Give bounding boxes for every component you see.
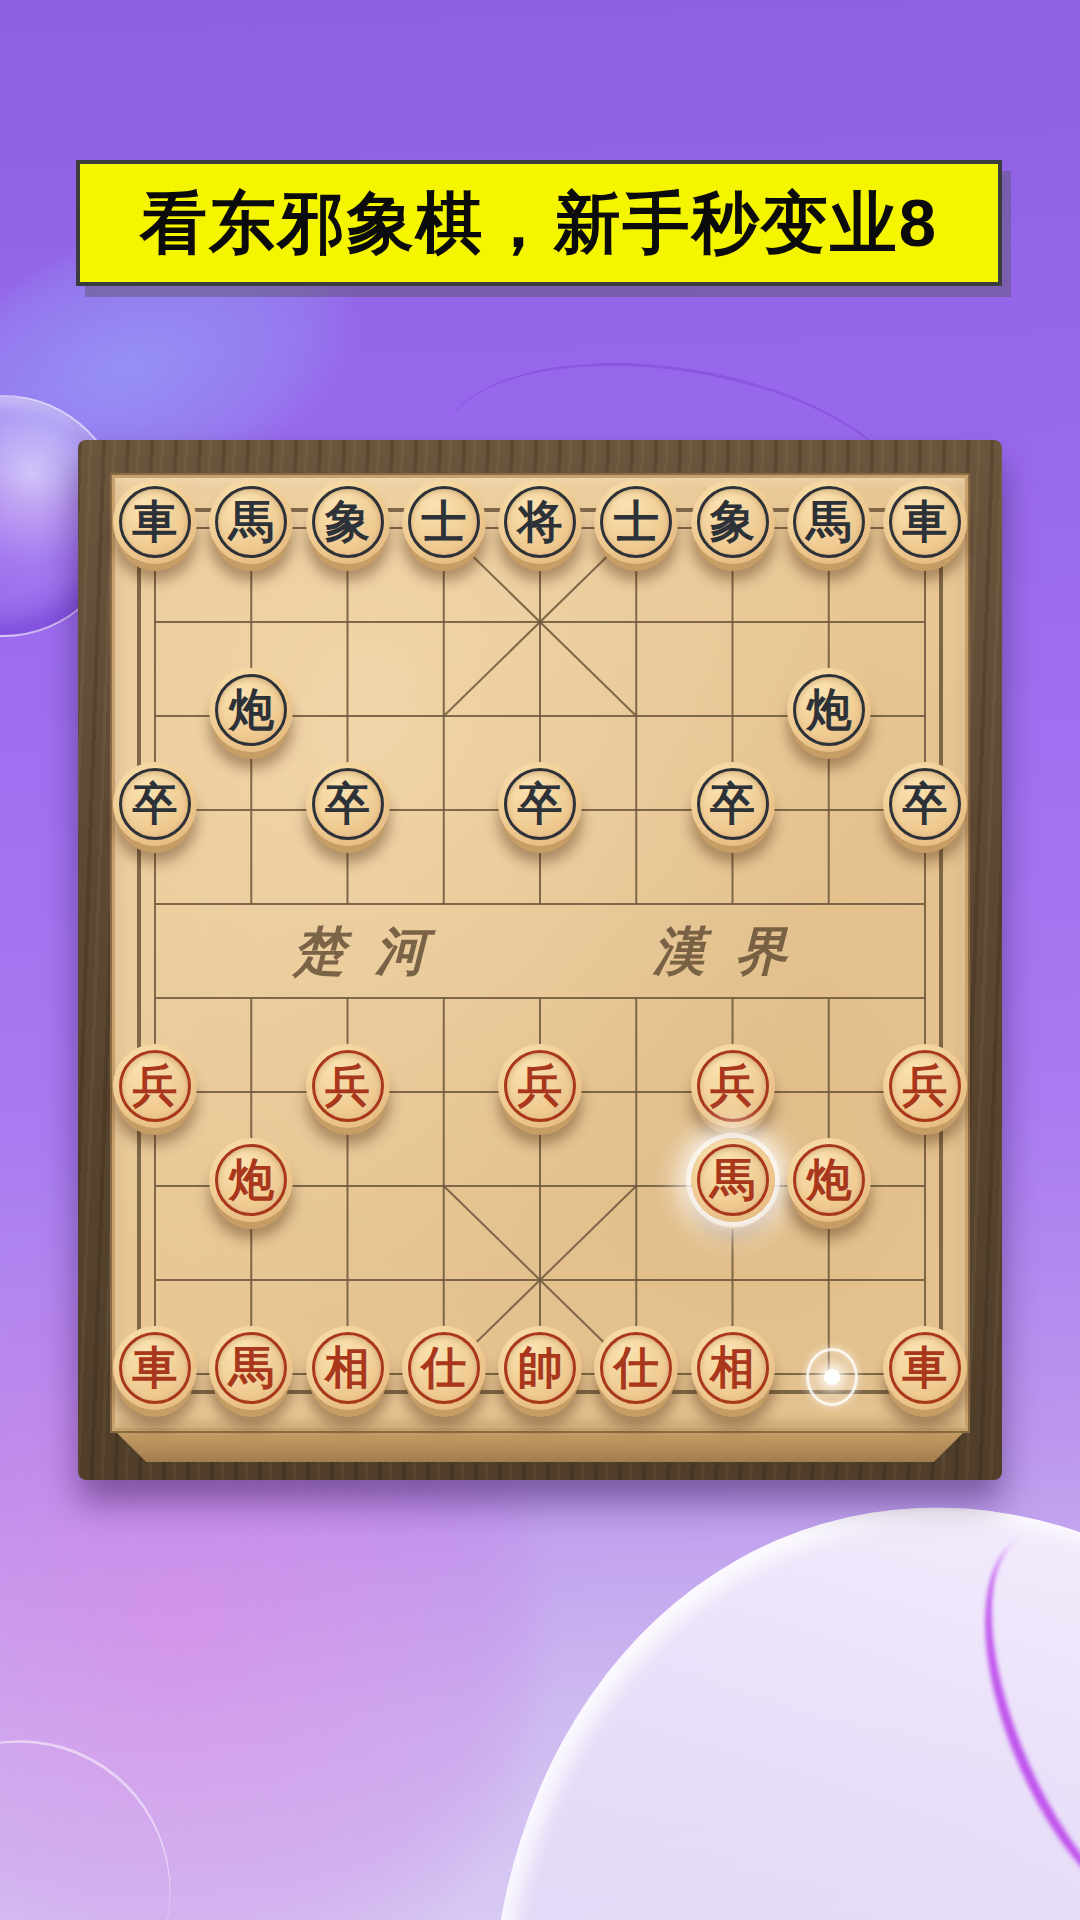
piece-ring: 兵 — [312, 1050, 384, 1122]
piece-ring: 炮 — [793, 674, 865, 746]
piece-black-soldier[interactable]: 卒 — [883, 762, 967, 846]
piece-character: 卒 — [710, 781, 755, 826]
piece-ring: 仕 — [600, 1332, 672, 1404]
piece-ring: 仕 — [408, 1332, 480, 1404]
piece-red-cannon[interactable]: 炮 — [209, 1138, 293, 1222]
piece-character: 車 — [133, 1345, 178, 1390]
corner-arc-decoration — [0, 1687, 224, 1920]
piece-character: 馬 — [806, 499, 851, 544]
piece-red-soldier[interactable]: 兵 — [113, 1044, 197, 1128]
piece-black-elephant[interactable]: 象 — [306, 480, 390, 564]
piece-character: 馬 — [710, 1157, 755, 1202]
piece-character: 象 — [710, 499, 755, 544]
piece-character: 兵 — [133, 1063, 178, 1108]
piece-character: 象 — [325, 499, 370, 544]
piece-character: 兵 — [903, 1063, 948, 1108]
piece-character: 兵 — [325, 1063, 370, 1108]
piece-ring: 兵 — [504, 1050, 576, 1122]
piece-red-elephant[interactable]: 相 — [306, 1326, 390, 1410]
piece-character: 卒 — [133, 781, 178, 826]
piece-black-soldier[interactable]: 卒 — [306, 762, 390, 846]
piece-character: 相 — [710, 1345, 755, 1390]
piece-character: 卒 — [518, 781, 563, 826]
piece-ring: 炮 — [793, 1144, 865, 1216]
piece-character: 車 — [903, 499, 948, 544]
piece-character: 卒 — [903, 781, 948, 826]
piece-character: 将 — [518, 499, 563, 544]
piece-red-soldier[interactable]: 兵 — [883, 1044, 967, 1128]
piece-red-general[interactable]: 帥 — [498, 1326, 582, 1410]
piece-character: 仕 — [614, 1345, 659, 1390]
piece-red-elephant[interactable]: 相 — [691, 1326, 775, 1410]
piece-ring: 兵 — [119, 1050, 191, 1122]
piece-ring: 相 — [312, 1332, 384, 1404]
piece-black-advisor[interactable]: 士 — [402, 480, 486, 564]
magenta-edge-decoration — [935, 1500, 1080, 1920]
piece-ring: 兵 — [889, 1050, 961, 1122]
piece-black-soldier[interactable]: 卒 — [113, 762, 197, 846]
piece-ring: 馬 — [793, 486, 865, 558]
piece-black-chariot[interactable]: 車 — [113, 480, 197, 564]
piece-ring: 炮 — [215, 674, 287, 746]
piece-character: 士 — [421, 499, 466, 544]
board-bottom-bevel — [112, 1428, 968, 1462]
piece-ring: 士 — [408, 486, 480, 558]
piece-ring: 車 — [119, 1332, 191, 1404]
piece-red-chariot[interactable]: 車 — [883, 1326, 967, 1410]
piece-ring: 相 — [697, 1332, 769, 1404]
piece-character: 車 — [903, 1345, 948, 1390]
piece-red-soldier[interactable]: 兵 — [306, 1044, 390, 1128]
piece-ring: 馬 — [215, 1332, 287, 1404]
piece-ring: 象 — [312, 486, 384, 558]
piece-black-horse[interactable]: 馬 — [209, 480, 293, 564]
piece-ring: 卒 — [312, 768, 384, 840]
piece-ring: 将 — [504, 486, 576, 558]
piece-character: 炮 — [806, 687, 851, 732]
piece-red-soldier[interactable]: 兵 — [691, 1044, 775, 1128]
piece-ring: 兵 — [697, 1050, 769, 1122]
piece-character: 炮 — [229, 1157, 274, 1202]
piece-ring: 車 — [889, 486, 961, 558]
piece-black-general[interactable]: 将 — [498, 480, 582, 564]
piece-ring: 炮 — [215, 1144, 287, 1216]
last-move-origin-marker — [806, 1348, 858, 1406]
piece-ring: 車 — [119, 486, 191, 558]
piece-ring: 馬 — [697, 1144, 769, 1216]
piece-red-advisor[interactable]: 仕 — [402, 1326, 486, 1410]
piece-ring: 車 — [889, 1332, 961, 1404]
piece-black-soldier[interactable]: 卒 — [498, 762, 582, 846]
piece-character: 炮 — [806, 1157, 851, 1202]
piece-red-horse[interactable]: 馬 — [691, 1138, 775, 1222]
river-label-right: 漢界 — [615, 912, 855, 992]
piece-character: 帥 — [518, 1345, 563, 1390]
piece-character: 馬 — [229, 499, 274, 544]
piece-ring: 卒 — [504, 768, 576, 840]
piece-black-elephant[interactable]: 象 — [691, 480, 775, 564]
piece-black-cannon[interactable]: 炮 — [209, 668, 293, 752]
piece-red-advisor[interactable]: 仕 — [594, 1326, 678, 1410]
piece-ring: 卒 — [119, 768, 191, 840]
piece-character: 相 — [325, 1345, 370, 1390]
piece-character: 馬 — [229, 1345, 274, 1390]
piece-character: 炮 — [229, 687, 274, 732]
xiangqi-board[interactable]: 楚河 漢界 車馬象士将士象馬車炮炮卒卒卒卒卒兵兵兵兵兵炮馬炮車馬相仕帥仕相車 — [115, 478, 965, 1428]
piece-character: 兵 — [710, 1063, 755, 1108]
piece-red-soldier[interactable]: 兵 — [498, 1044, 582, 1128]
piece-red-cannon[interactable]: 炮 — [787, 1138, 871, 1222]
piece-black-advisor[interactable]: 士 — [594, 480, 678, 564]
piece-ring: 帥 — [504, 1332, 576, 1404]
piece-black-chariot[interactable]: 車 — [883, 480, 967, 564]
piece-character: 兵 — [518, 1063, 563, 1108]
piece-black-horse[interactable]: 馬 — [787, 480, 871, 564]
caption-text: 看东邪象棋，新手秒变业8 — [140, 178, 938, 269]
piece-character: 仕 — [421, 1345, 466, 1390]
river-label-left: 楚河 — [255, 912, 495, 992]
piece-character: 卒 — [325, 781, 370, 826]
piece-ring: 卒 — [697, 768, 769, 840]
piece-character: 車 — [133, 499, 178, 544]
piece-black-soldier[interactable]: 卒 — [691, 762, 775, 846]
piece-ring: 士 — [600, 486, 672, 558]
caption-banner: 看东邪象棋，新手秒变业8 — [76, 160, 1002, 286]
piece-ring: 象 — [697, 486, 769, 558]
last-move-origin-dot — [824, 1369, 840, 1385]
piece-black-cannon[interactable]: 炮 — [787, 668, 871, 752]
piece-red-horse[interactable]: 馬 — [209, 1326, 293, 1410]
piece-character: 士 — [614, 499, 659, 544]
xiangqi-board-frame: 楚河 漢界 車馬象士将士象馬車炮炮卒卒卒卒卒兵兵兵兵兵炮馬炮車馬相仕帥仕相車 — [78, 440, 1002, 1480]
piece-ring: 卒 — [889, 768, 961, 840]
piece-red-chariot[interactable]: 車 — [113, 1326, 197, 1410]
piece-ring: 馬 — [215, 486, 287, 558]
